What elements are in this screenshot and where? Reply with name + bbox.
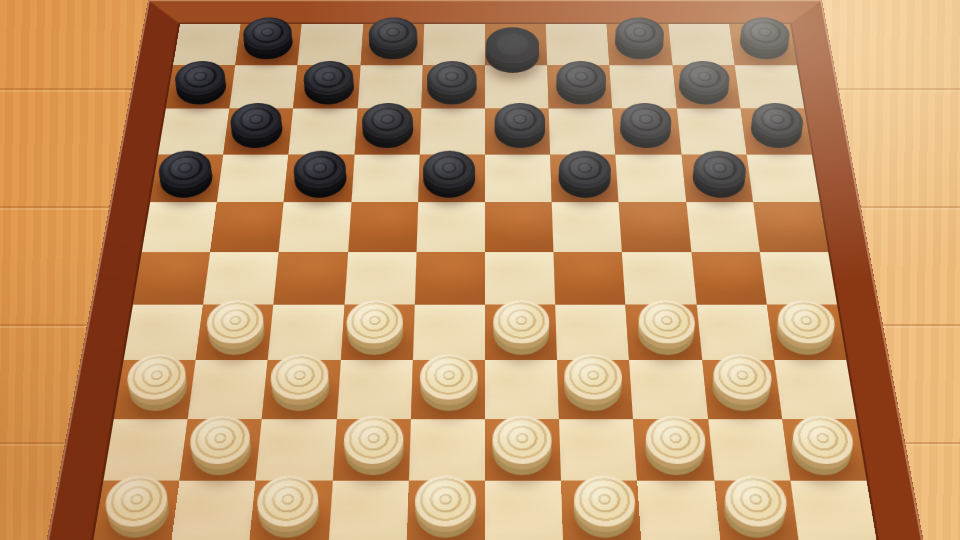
dark-square[interactable] — [714, 481, 799, 540]
dark-square[interactable] — [249, 481, 332, 540]
white-piece[interactable] — [346, 312, 404, 355]
light-square — [279, 202, 351, 252]
light-square — [142, 202, 217, 252]
black-piece[interactable] — [229, 113, 284, 148]
dark-square[interactable] — [360, 24, 424, 65]
dark-square[interactable] — [607, 24, 672, 65]
dark-square[interactable] — [753, 202, 828, 252]
piece-top — [563, 354, 623, 400]
light-square — [217, 154, 289, 202]
light-square — [549, 109, 616, 154]
light-square — [298, 24, 363, 65]
dark-square[interactable] — [92, 481, 179, 540]
piece-top — [492, 416, 552, 464]
black-piece[interactable] — [303, 71, 355, 105]
light-square — [790, 481, 877, 540]
dark-square[interactable] — [691, 252, 767, 305]
dark-square[interactable] — [485, 202, 554, 252]
dark-square[interactable] — [406, 481, 485, 540]
light-square — [420, 109, 485, 154]
light-square — [256, 419, 336, 481]
dark-square[interactable] — [150, 154, 223, 202]
light-square — [173, 24, 241, 65]
dark-square[interactable] — [485, 305, 557, 360]
table-surface — [0, 0, 960, 540]
dark-square[interactable] — [782, 419, 867, 481]
light-square — [677, 109, 747, 154]
dark-square[interactable] — [626, 305, 702, 360]
dark-square[interactable] — [633, 419, 713, 481]
dark-square[interactable] — [561, 481, 642, 540]
dark-square[interactable] — [619, 202, 691, 252]
light-square — [485, 360, 559, 418]
dark-square[interactable] — [554, 252, 626, 305]
black-piece[interactable] — [619, 113, 672, 148]
dark-square[interactable] — [613, 109, 681, 154]
white-piece[interactable] — [415, 488, 476, 539]
white-piece[interactable] — [420, 366, 478, 412]
light-square — [630, 360, 708, 418]
dark-square[interactable] — [740, 109, 811, 154]
light-square — [268, 305, 344, 360]
black-piece[interactable] — [678, 71, 731, 105]
white-piece[interactable] — [636, 312, 695, 355]
black-piece[interactable] — [157, 161, 214, 198]
checkers-board — [38, 0, 932, 540]
dark-square[interactable] — [485, 109, 550, 154]
dark-square[interactable] — [557, 360, 633, 418]
light-square — [230, 65, 298, 108]
dark-square[interactable] — [485, 24, 547, 65]
dark-square[interactable] — [767, 305, 847, 360]
black-piece[interactable] — [494, 113, 545, 148]
dark-square[interactable] — [729, 24, 797, 65]
white-piece[interactable] — [710, 366, 772, 412]
piece-top — [556, 61, 607, 95]
piece-top — [494, 103, 545, 138]
black-piece[interactable] — [293, 161, 348, 198]
light-square — [552, 202, 622, 252]
white-piece[interactable] — [789, 427, 855, 475]
black-piece[interactable] — [362, 113, 414, 148]
light-square — [746, 154, 819, 202]
piece-top — [420, 354, 478, 400]
white-piece[interactable] — [104, 488, 172, 539]
light-square — [124, 305, 204, 360]
black-piece[interactable] — [691, 161, 747, 198]
light-square — [638, 481, 721, 540]
light-square — [708, 419, 791, 481]
white-piece[interactable] — [270, 366, 331, 412]
dark-square[interactable] — [196, 305, 274, 360]
light-square — [735, 65, 805, 108]
white-piece[interactable] — [256, 488, 321, 539]
light-square — [158, 109, 229, 154]
dark-square[interactable] — [293, 65, 360, 108]
light-square — [696, 305, 774, 360]
light-square — [485, 481, 563, 540]
piece-top — [423, 151, 476, 188]
dark-square[interactable] — [681, 154, 753, 202]
piece-top — [485, 27, 539, 63]
black-piece[interactable] — [427, 71, 477, 105]
light-square — [555, 305, 629, 360]
light-square — [774, 360, 856, 418]
white-piece[interactable] — [189, 427, 253, 475]
dark-square[interactable] — [332, 419, 410, 481]
dark-square[interactable] — [133, 252, 210, 305]
dark-square[interactable] — [415, 252, 485, 305]
light-square — [559, 419, 637, 481]
light-square — [203, 252, 279, 305]
light-square — [485, 154, 552, 202]
white-piece[interactable] — [722, 488, 788, 539]
dark-square[interactable] — [340, 305, 414, 360]
dark-square[interactable] — [485, 419, 561, 481]
black-piece[interactable] — [738, 27, 791, 59]
black-piece[interactable] — [558, 161, 612, 198]
dark-square[interactable] — [702, 360, 782, 418]
dark-square[interactable] — [262, 360, 340, 418]
piece-top — [427, 61, 477, 95]
dark-square[interactable] — [284, 154, 354, 202]
white-piece[interactable] — [344, 427, 405, 475]
white-piece[interactable] — [492, 427, 552, 475]
light-square — [423, 24, 485, 65]
dark-square[interactable] — [114, 360, 196, 418]
light-square — [103, 419, 188, 481]
light-square — [413, 305, 485, 360]
light-square — [485, 252, 555, 305]
board-grid — [92, 24, 877, 540]
dark-square[interactable] — [411, 360, 485, 418]
white-piece[interactable] — [206, 312, 267, 355]
black-piece[interactable] — [242, 27, 294, 59]
white-piece[interactable] — [572, 488, 635, 539]
light-square — [328, 481, 409, 540]
light-square — [546, 24, 610, 65]
dark-square[interactable] — [550, 154, 619, 202]
white-piece[interactable] — [774, 312, 836, 355]
dark-square[interactable] — [354, 109, 421, 154]
dark-square[interactable] — [348, 202, 418, 252]
black-piece[interactable] — [614, 27, 665, 59]
white-piece[interactable] — [493, 312, 549, 355]
light-square — [344, 252, 416, 305]
light-square — [616, 154, 686, 202]
light-square — [351, 154, 420, 202]
white-piece[interactable] — [126, 366, 190, 412]
piece-top — [573, 476, 636, 527]
dark-square[interactable] — [223, 109, 293, 154]
light-square — [622, 252, 696, 305]
light-square — [416, 202, 485, 252]
dark-square[interactable] — [210, 202, 284, 252]
piece-top — [415, 476, 477, 527]
black-piece[interactable] — [173, 71, 227, 105]
light-square — [289, 109, 357, 154]
black-piece[interactable] — [423, 161, 475, 198]
light-square — [668, 24, 735, 65]
dark-square[interactable] — [166, 65, 236, 108]
dark-square[interactable] — [235, 24, 302, 65]
white-piece[interactable] — [563, 366, 622, 412]
dark-square[interactable] — [547, 65, 612, 108]
dark-square[interactable] — [418, 154, 485, 202]
light-square — [409, 419, 485, 481]
dark-square[interactable] — [274, 252, 348, 305]
light-square — [760, 252, 837, 305]
dark-square[interactable] — [180, 419, 263, 481]
dark-square[interactable] — [672, 65, 740, 108]
light-square — [337, 360, 413, 418]
black-piece[interactable] — [555, 71, 606, 105]
black-piece[interactable] — [368, 27, 418, 59]
black-piece[interactable] — [485, 37, 539, 73]
light-square — [188, 360, 268, 418]
dark-square[interactable] — [421, 65, 485, 108]
white-piece[interactable] — [643, 427, 706, 475]
light-square — [171, 481, 256, 540]
light-square — [686, 202, 760, 252]
black-piece[interactable] — [749, 113, 805, 148]
piece-top — [558, 151, 612, 188]
piece-top — [493, 300, 550, 343]
